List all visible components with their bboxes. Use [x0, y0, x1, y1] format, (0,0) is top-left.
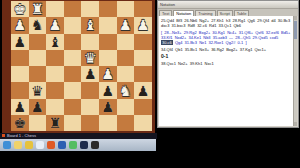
white-pawn-f2[interactable]: ♟	[49, 18, 62, 32]
square-g6[interactable]: ♛	[29, 82, 47, 98]
square-e2[interactable]	[64, 17, 82, 33]
square-b7[interactable]	[117, 99, 135, 115]
square-b1[interactable]	[117, 1, 135, 17]
square-e4[interactable]	[64, 50, 82, 66]
notation-line[interactable]: 25.Qd4 Bf3 26.Nb6 Ng2+ 27.Kh1 h3 28.Rg1 …	[161, 18, 291, 28]
square-h5[interactable]	[11, 66, 29, 82]
square-c1[interactable]	[99, 1, 117, 17]
scroll-thumb[interactable]	[294, 21, 297, 39]
square-c8[interactable]	[99, 115, 117, 131]
white-pawn-a2[interactable]: ♟	[137, 18, 150, 32]
app-icon-blue[interactable]	[58, 141, 66, 149]
square-a6[interactable]: ♟	[134, 82, 152, 98]
square-b6[interactable]: ♞	[117, 82, 135, 98]
black-pawn-c7[interactable]: ♟	[101, 100, 114, 114]
black-pawn-a6[interactable]: ♟	[137, 84, 150, 98]
square-f5[interactable]	[46, 66, 64, 82]
black-pawn-h3[interactable]: ♟	[14, 35, 27, 49]
square-c5[interactable]: ♟	[99, 66, 117, 82]
square-h7[interactable]: ♟	[11, 99, 29, 115]
app-icon-dark[interactable]	[91, 141, 99, 149]
square-d4[interactable]: ♛	[81, 50, 99, 66]
panel-tabstrip[interactable]: TextNotationTrainingScriptTable	[158, 9, 298, 16]
square-c7[interactable]: ♟	[99, 99, 117, 115]
square-b2[interactable]: ♟	[117, 17, 135, 33]
document-icon[interactable]	[36, 141, 44, 149]
notation-panel: Notation TextNotationTrainingScriptTable…	[157, 0, 299, 128]
square-a8[interactable]	[134, 115, 152, 131]
square-h3[interactable]: ♟	[11, 34, 29, 50]
black-king-h8[interactable]: ♚	[14, 116, 27, 130]
square-e5[interactable]	[64, 66, 82, 82]
notation-line[interactable]: [ 28...Ne3+ 29.Rg2 Bxg2+ 30.Kg1 Nc4+ 31.…	[161, 30, 291, 45]
black-queen-g6[interactable]: ♛	[31, 84, 44, 98]
square-g2[interactable]: ♞	[29, 17, 47, 33]
square-b3[interactable]	[117, 34, 135, 50]
square-e6[interactable]	[64, 82, 82, 98]
square-e1[interactable]	[64, 1, 82, 17]
start-icon[interactable]	[3, 141, 11, 149]
square-e8[interactable]	[64, 115, 82, 131]
square-c4[interactable]	[99, 50, 117, 66]
white-bishop-d2[interactable]: ♝	[84, 18, 97, 32]
move-text[interactable]: 34.Qf4 Qb1 35.Bc1 Ne3+ 36.Rg2 Bxg2+ 37.K…	[161, 47, 266, 52]
black-pawn-h7[interactable]: ♟	[14, 100, 27, 114]
square-c6[interactable]: ♟	[99, 82, 117, 98]
black-pawn-g7[interactable]: ♟	[31, 100, 44, 114]
chat-icon[interactable]	[69, 141, 77, 149]
square-a2[interactable]: ♟	[134, 17, 152, 33]
folder-icon[interactable]	[25, 141, 33, 149]
notation-line[interactable]: 0-1	[161, 54, 291, 59]
square-g7[interactable]: ♟	[29, 99, 47, 115]
square-e7[interactable]	[64, 99, 82, 115]
square-d8[interactable]	[81, 115, 99, 131]
notation-line[interactable]: 38.Qxc1 Ne2+ 39.Kh1 Nxc1	[161, 61, 291, 66]
chess-board[interactable]: ♚♜♟♞♟♝♟♟♟♝♛♟♟♛♟♞♟♟♟♟♚♜	[11, 1, 152, 131]
square-a7[interactable]	[134, 99, 152, 115]
square-b5[interactable]	[117, 66, 135, 82]
square-a5[interactable]	[134, 66, 152, 82]
scroll-up-icon[interactable]	[294, 16, 297, 20]
square-c2[interactable]	[99, 17, 117, 33]
white-pawn-h2[interactable]: ♟	[14, 18, 27, 32]
notation-text-area[interactable]: 25.Qd4 Bf3 26.Nb6 Ng2+ 27.Kh1 h3 28.Rg1 …	[159, 16, 293, 126]
chess-app-screen: ♚♜♟♞♟♝♟♟♟♝♛♟♟♛♟♞♟♟♟♟♚♜ Board 1 - Chess N…	[0, 0, 300, 168]
square-f2[interactable]: ♟	[46, 17, 64, 33]
black-bishop-f3[interactable]: ♝	[49, 35, 62, 49]
square-b8[interactable]	[117, 115, 135, 131]
square-h6[interactable]	[11, 82, 29, 98]
square-d2[interactable]: ♝	[81, 17, 99, 33]
taskbar[interactable]	[0, 139, 156, 151]
square-d5[interactable]: ♟	[81, 66, 99, 82]
square-f6[interactable]	[46, 82, 64, 98]
white-pawn-b2[interactable]: ♟	[119, 18, 132, 32]
window-icon	[2, 134, 5, 137]
white-king-h1[interactable]: ♚	[14, 2, 27, 16]
square-f3[interactable]: ♝	[46, 34, 64, 50]
black-knight-g2[interactable]: ♞	[31, 18, 44, 32]
panel-title: Notation	[158, 1, 298, 9]
square-a4[interactable]	[134, 50, 152, 66]
square-g1[interactable]: ♜	[29, 1, 47, 17]
board-frame: ♚♜♟♞♟♝♟♟♟♝♛♟♟♛♟♞♟♟♟♟♚♜	[2, 0, 155, 133]
square-f7[interactable]	[46, 99, 64, 115]
square-h8[interactable]: ♚	[11, 115, 29, 131]
square-f1[interactable]	[46, 1, 64, 17]
app-icon-navy[interactable]	[80, 141, 88, 149]
square-h1[interactable]: ♚	[11, 1, 29, 17]
firefox-icon[interactable]	[47, 141, 55, 149]
black-pawn-d5[interactable]: ♟	[84, 67, 97, 81]
square-d6[interactable]	[81, 82, 99, 98]
white-knight-b6[interactable]: ♞	[119, 84, 132, 98]
square-f4[interactable]	[46, 50, 64, 66]
scrollbar[interactable]	[293, 16, 297, 126]
window-title: Board 1 - Chess	[7, 133, 36, 138]
selected-move[interactable]: 30.c6	[161, 40, 173, 45]
square-f8[interactable]: ♜	[46, 115, 64, 131]
square-g4[interactable]	[29, 50, 47, 66]
black-pawn-c6[interactable]: ♟	[101, 84, 114, 98]
square-e3[interactable]	[64, 34, 82, 50]
square-d7[interactable]	[81, 99, 99, 115]
square-g8[interactable]	[29, 115, 47, 131]
move-text[interactable]: [ 28...Ne3+ 29.Rg2 Bxg2+ 30.Kg1 Nc4+ 31.…	[161, 30, 290, 40]
square-h2[interactable]: ♟	[11, 17, 29, 33]
square-c3[interactable]	[99, 34, 117, 50]
square-d3[interactable]	[81, 34, 99, 50]
white-rook-g1[interactable]: ♜	[31, 2, 44, 16]
move-text[interactable]: Qg4 31.Bc3 Ne1 32.Rxe1 Qg2# 0-1 ]	[173, 40, 247, 45]
square-g5[interactable]	[29, 66, 47, 82]
square-d1[interactable]	[81, 1, 99, 17]
black-rook-f8[interactable]: ♜	[49, 116, 62, 130]
square-b4[interactable]	[117, 50, 135, 66]
square-a1[interactable]	[134, 1, 152, 17]
app-icon-yellow[interactable]	[14, 141, 22, 149]
move-text[interactable]: 38.Qxc1 Ne2+ 39.Kh1 Nxc1	[161, 61, 214, 66]
square-g3[interactable]	[29, 34, 47, 50]
white-queen-d4[interactable]: ♛	[84, 51, 97, 65]
move-text[interactable]: 25.Qd4 Bf3 26.Nb6 Ng2+ 27.Kh1 h3 28.Rg1 …	[161, 18, 290, 28]
move-text[interactable]: 0-1	[161, 53, 168, 59]
notation-line[interactable]: 34.Qf4 Qb1 35.Bc1 Ne3+ 36.Rg2 Bxg2+ 37.K…	[161, 47, 291, 52]
square-h4[interactable]	[11, 50, 29, 66]
white-pawn-c5[interactable]: ♟	[101, 67, 114, 81]
scroll-down-icon[interactable]	[294, 122, 297, 126]
square-a3[interactable]	[134, 34, 152, 50]
